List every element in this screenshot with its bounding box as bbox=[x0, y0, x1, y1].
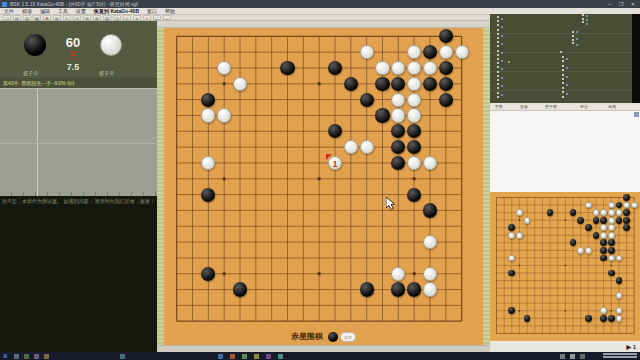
black-player-stone-icon bbox=[24, 34, 46, 56]
quality-dot bbox=[497, 41, 499, 43]
quality-dot bbox=[508, 61, 510, 63]
list-icon[interactable]: ≡ bbox=[123, 15, 131, 20]
black-stone bbox=[623, 194, 630, 201]
quality-dot bbox=[562, 78, 564, 80]
quality-dot bbox=[497, 58, 499, 60]
taskbar-app-icon[interactable] bbox=[120, 354, 125, 359]
taskbar-app-icon[interactable] bbox=[242, 354, 247, 359]
quality-dot bbox=[497, 54, 499, 56]
quality-dot bbox=[560, 51, 562, 53]
quality-dot bbox=[572, 31, 574, 33]
dots-grid-line bbox=[490, 90, 632, 91]
right-panel: 手数坐标胜率图评分选项 ▶ 1 bbox=[490, 14, 640, 352]
winrate-graph[interactable] bbox=[0, 88, 157, 196]
taskbar-app-icon[interactable] bbox=[266, 354, 271, 359]
quality-dot bbox=[572, 42, 574, 44]
quality-dot bbox=[497, 16, 499, 18]
analyze-icon[interactable]: ◻ bbox=[153, 15, 161, 20]
home-icon[interactable]: ⌂ bbox=[163, 15, 171, 20]
white-stone bbox=[217, 108, 231, 122]
black-stone bbox=[608, 270, 615, 277]
stop-icon[interactable]: ▪ bbox=[143, 15, 151, 20]
quality-dot bbox=[501, 26, 503, 28]
black-stone bbox=[439, 93, 453, 107]
small-goban[interactable] bbox=[490, 192, 640, 341]
white-stone bbox=[391, 108, 405, 122]
last-move-triangle-icon bbox=[326, 154, 332, 160]
black-stone bbox=[600, 217, 607, 224]
black-stone bbox=[585, 224, 592, 231]
move-quality-dots-panel[interactable] bbox=[490, 14, 640, 103]
menu-item[interactable]: 文件 bbox=[0, 8, 18, 15]
play-icon[interactable]: ▸ bbox=[133, 15, 141, 20]
brand-black-stone-icon bbox=[328, 332, 338, 342]
white-stone bbox=[524, 217, 531, 224]
dots-grid-line bbox=[490, 71, 632, 72]
white-stone bbox=[608, 209, 615, 216]
white-stone bbox=[585, 247, 592, 254]
quality-dot bbox=[566, 58, 568, 60]
taskbar-app-icon[interactable] bbox=[218, 354, 223, 359]
quality-dot bbox=[497, 96, 499, 98]
quality-dot bbox=[562, 56, 564, 58]
playback-controls-bar: 开局退回上一手下一手前进终局AI分析形势判断变化图设置 bbox=[157, 345, 490, 352]
black-stone bbox=[344, 77, 358, 91]
quality-dot bbox=[501, 43, 503, 45]
black-stone bbox=[623, 217, 630, 224]
cut-icon[interactable]: ✚ bbox=[43, 15, 51, 20]
menu-item[interactable]: 窗口 bbox=[143, 8, 161, 15]
white-stone bbox=[608, 232, 615, 239]
quality-dot bbox=[562, 65, 564, 67]
quality-dot bbox=[497, 37, 499, 39]
quality-dot bbox=[501, 52, 503, 54]
black-stone bbox=[328, 61, 342, 75]
black-stone bbox=[201, 93, 215, 107]
quality-dot bbox=[497, 66, 499, 68]
scroll-button[interactable] bbox=[634, 112, 639, 117]
white-stone bbox=[516, 209, 523, 216]
black-stone bbox=[600, 315, 607, 322]
menu-item[interactable]: 编辑 bbox=[36, 8, 54, 15]
white-stone bbox=[608, 224, 615, 231]
board-icon[interactable]: ⊞ bbox=[83, 15, 91, 20]
quality-dot bbox=[497, 62, 499, 64]
quality-dot bbox=[586, 19, 588, 21]
white-stone bbox=[375, 61, 389, 75]
board-top-strip bbox=[157, 21, 490, 28]
info-panel: 对不起，本软件为测试版。 如遇到问题， 请及时向我们反馈，谢谢！ bbox=[0, 196, 157, 352]
window-controls[interactable]: ─ ❐ ✕ bbox=[608, 0, 638, 8]
quality-dot bbox=[562, 96, 564, 98]
quality-dot bbox=[501, 60, 503, 62]
black-stone bbox=[201, 188, 215, 202]
open-file-icon[interactable]: ▤ bbox=[13, 15, 21, 20]
quality-dot bbox=[562, 74, 564, 76]
variation-nav-label[interactable]: ▶ 1 bbox=[626, 343, 636, 350]
quality-dot bbox=[497, 83, 499, 85]
white-stone bbox=[508, 232, 515, 239]
territory-icon[interactable]: ◳ bbox=[113, 15, 121, 20]
black-stone bbox=[360, 282, 374, 296]
black-stone bbox=[360, 93, 374, 107]
right-panel-tab[interactable]: 手数 bbox=[495, 103, 503, 111]
menu-item[interactable]: 帮助 bbox=[161, 8, 179, 15]
quality-dot bbox=[497, 33, 499, 35]
brand-white-capsule: 对弈 bbox=[340, 332, 356, 342]
window-title: BSK 1.5.15 KataGo-40B - [共60手 贴7.5目] - 研… bbox=[10, 1, 138, 7]
white-stone bbox=[516, 232, 523, 239]
quality-dot bbox=[582, 18, 584, 20]
white-stone bbox=[600, 209, 607, 216]
white-stone bbox=[585, 202, 592, 209]
move-number: 60 bbox=[55, 35, 91, 50]
quality-dot bbox=[501, 35, 503, 37]
black-stone bbox=[391, 282, 405, 296]
start-button[interactable]: ⊞ bbox=[3, 353, 7, 359]
white-stone bbox=[391, 93, 405, 107]
print-icon[interactable]: ▦ bbox=[33, 15, 41, 20]
quality-dot bbox=[497, 24, 499, 26]
new-file-icon[interactable]: □ bbox=[3, 15, 11, 20]
quality-dot bbox=[497, 92, 499, 94]
dots-panel-right-strip bbox=[632, 14, 640, 103]
white-stone bbox=[616, 209, 623, 216]
copy-icon[interactable]: ▨ bbox=[53, 15, 61, 20]
board-brand: 赤星围棋 对弈 bbox=[157, 331, 490, 344]
right-panel-tab[interactable]: 坐标 bbox=[520, 103, 528, 111]
quality-dot bbox=[586, 23, 588, 25]
taskbar-app-icon[interactable] bbox=[254, 354, 259, 359]
quality-dot bbox=[501, 85, 503, 87]
black-stone bbox=[593, 217, 600, 224]
right-panel-footer: ▶ 1 bbox=[490, 341, 640, 352]
taskbar-app-icon[interactable] bbox=[278, 354, 283, 359]
white-stone bbox=[407, 93, 421, 107]
quality-dot bbox=[562, 82, 564, 84]
quality-dot bbox=[501, 94, 503, 96]
black-captures-label: 提子:0 bbox=[23, 70, 37, 76]
quality-dot bbox=[566, 76, 568, 78]
black-stone bbox=[375, 77, 389, 91]
black-stone bbox=[439, 77, 453, 91]
taskbar-app-icon[interactable] bbox=[230, 354, 235, 359]
board-grid bbox=[157, 28, 490, 345]
analysis-status-line: 第43手: 黑棋脱先一手 -9.0% 6目 bbox=[0, 78, 157, 88]
quality-dot bbox=[497, 50, 499, 52]
black-stone bbox=[423, 77, 437, 91]
quality-dot bbox=[576, 38, 578, 40]
black-stone bbox=[593, 232, 600, 239]
quality-dot bbox=[562, 87, 564, 89]
taskbar-app-icon[interactable] bbox=[580, 354, 585, 359]
quality-dot bbox=[582, 14, 584, 16]
black-stone bbox=[600, 247, 607, 254]
black-stone bbox=[608, 315, 615, 322]
black-stone bbox=[616, 217, 623, 224]
white-stone bbox=[233, 77, 247, 91]
black-stone bbox=[585, 315, 592, 322]
white-stone bbox=[608, 255, 615, 262]
quality-dot bbox=[566, 67, 568, 69]
marked-move-stone: 1 bbox=[328, 156, 342, 170]
quality-dot bbox=[582, 21, 584, 23]
black-stone bbox=[623, 224, 630, 231]
quality-dot bbox=[501, 77, 503, 79]
quality-dot bbox=[497, 45, 499, 47]
white-stone bbox=[608, 202, 615, 209]
quality-dot bbox=[497, 75, 499, 77]
taskbar-app-icon[interactable] bbox=[34, 354, 39, 359]
black-stone bbox=[600, 255, 607, 262]
quality-dot bbox=[497, 29, 499, 31]
black-stone bbox=[524, 315, 531, 322]
black-stone bbox=[577, 217, 584, 224]
taskbar-app-icon[interactable] bbox=[14, 354, 19, 359]
quality-dot bbox=[497, 20, 499, 22]
right-panel-tab[interactable]: 选项 bbox=[608, 103, 616, 111]
white-stone bbox=[455, 45, 469, 59]
taskbar-app-icon[interactable] bbox=[560, 354, 565, 359]
small-board-area bbox=[490, 192, 640, 341]
black-stone bbox=[407, 188, 421, 202]
black-stone bbox=[375, 108, 389, 122]
taskbar-app-icon[interactable] bbox=[44, 354, 49, 359]
white-stone bbox=[360, 140, 374, 154]
save-icon[interactable]: ▥ bbox=[23, 15, 31, 20]
white-player-stone-icon bbox=[100, 34, 122, 56]
quality-dot bbox=[562, 91, 564, 93]
menu-item[interactable]: 工具 bbox=[54, 8, 72, 15]
quality-dot bbox=[497, 71, 499, 73]
quality-dot bbox=[572, 39, 574, 41]
white-stone bbox=[423, 156, 437, 170]
white-stone bbox=[360, 45, 374, 59]
black-stone bbox=[233, 282, 247, 296]
white-stone bbox=[616, 315, 623, 322]
white-stone bbox=[600, 232, 607, 239]
taskbar-app-icon[interactable] bbox=[24, 354, 29, 359]
white-stone bbox=[407, 77, 421, 91]
app-window: BSK 1.5.15 KataGo-40B - [共60手 贴7.5目] - 研… bbox=[0, 0, 640, 360]
black-stone bbox=[616, 277, 623, 284]
quality-dot bbox=[586, 15, 588, 17]
quality-dot bbox=[501, 18, 503, 20]
player-info-panel: 60 7.5 提子:0 提子:0 bbox=[0, 21, 157, 78]
graph-midline bbox=[0, 143, 157, 144]
right-panel-tab[interactable]: 胜率图 bbox=[545, 103, 557, 111]
white-stone bbox=[407, 108, 421, 122]
black-stone bbox=[439, 61, 453, 75]
white-stone bbox=[344, 140, 358, 154]
black-stone bbox=[280, 61, 294, 75]
info-message: 对不起，本软件为测试版。 如遇到问题， 请及时向我们反馈，谢谢！ bbox=[2, 198, 155, 204]
komi-value: 7.5 bbox=[55, 62, 91, 72]
app-icon bbox=[2, 2, 7, 7]
menu-item[interactable]: 设置 bbox=[72, 8, 90, 15]
taskbar[interactable]: ⊞ bbox=[0, 352, 640, 360]
main-board-area: 1 赤星围棋 对弈 bbox=[157, 21, 490, 345]
menu-item[interactable]: 棋谱 bbox=[18, 8, 36, 15]
white-stone bbox=[423, 267, 437, 281]
quality-dot bbox=[576, 44, 578, 46]
black-stone bbox=[608, 247, 615, 254]
right-panel-tab[interactable]: 评分 bbox=[580, 103, 588, 111]
goban[interactable]: 1 bbox=[157, 28, 490, 345]
black-stone bbox=[423, 203, 437, 217]
white-stone bbox=[577, 247, 584, 254]
white-stone bbox=[423, 282, 437, 296]
redo-icon[interactable]: ↷ bbox=[73, 15, 81, 20]
undo-icon[interactable]: ↶ bbox=[63, 15, 71, 20]
right-panel-tabs: 手数坐标胜率图评分选项 bbox=[490, 103, 640, 111]
dots-grid-line bbox=[490, 33, 632, 34]
white-stone bbox=[423, 61, 437, 75]
white-stone bbox=[631, 202, 638, 209]
black-stone bbox=[623, 209, 630, 216]
quality-dot bbox=[497, 79, 499, 81]
white-stone bbox=[439, 45, 453, 59]
delete-icon[interactable]: ⊠ bbox=[93, 15, 101, 20]
quality-dot bbox=[566, 84, 568, 86]
black-stone bbox=[407, 282, 421, 296]
taskbar-clock bbox=[603, 353, 637, 359]
white-stone bbox=[201, 108, 215, 122]
black-stone bbox=[608, 239, 615, 246]
mouse-cursor bbox=[386, 197, 396, 211]
quality-dot bbox=[572, 35, 574, 37]
quality-dot bbox=[562, 60, 564, 62]
quality-dot bbox=[566, 93, 568, 95]
quality-dot bbox=[576, 31, 578, 33]
title-bar: BSK 1.5.15 KataGo-40B - [共60手 贴7.5目] - 研… bbox=[0, 0, 640, 8]
menu-item-engine[interactable]: 恢复到 KataGo-40B bbox=[90, 8, 143, 15]
white-captures-label: 提子:0 bbox=[99, 70, 113, 76]
brand-text: 赤星围棋 bbox=[291, 331, 323, 342]
white-stone bbox=[608, 217, 615, 224]
numbers-icon[interactable]: ▧ bbox=[103, 15, 111, 20]
taskbar-app-icon[interactable] bbox=[570, 354, 575, 359]
komi-marks-icon bbox=[71, 51, 76, 61]
